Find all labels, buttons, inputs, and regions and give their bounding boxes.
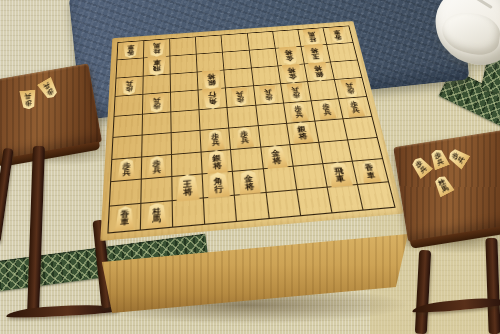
square-2b[interactable]: 玉将 bbox=[301, 45, 331, 64]
square-7a[interactable] bbox=[170, 37, 197, 56]
piece-kanji: 兵 bbox=[295, 112, 304, 119]
piece-body: 歩兵 bbox=[316, 100, 337, 120]
square-5h[interactable]: 金将 bbox=[233, 170, 266, 196]
piece-金将-3c[interactable]: 金将 bbox=[278, 64, 307, 83]
piece-body: 金将 bbox=[281, 64, 303, 84]
piece-kanji: 行 bbox=[208, 92, 216, 99]
piece-kanji: 将 bbox=[213, 161, 222, 169]
square-6c[interactable]: 銀将 bbox=[198, 70, 226, 91]
piece-kanji: 兵 bbox=[456, 155, 465, 164]
square-7i[interactable] bbox=[173, 199, 206, 227]
piece-body: 香車 bbox=[114, 206, 135, 231]
piece-body: 金将 bbox=[278, 46, 300, 65]
piece-歩兵-3e[interactable]: 歩兵 bbox=[284, 101, 314, 122]
square-8b[interactable]: 飛車 bbox=[144, 56, 171, 76]
piece-kanji: 兵 bbox=[291, 86, 299, 92]
piece-kanji: 車 bbox=[127, 45, 134, 51]
piece-body: 歩兵 bbox=[120, 77, 138, 96]
captured-piece-white-歩兵[interactable]: 歩兵 bbox=[19, 90, 38, 110]
square-6b[interactable] bbox=[197, 52, 225, 72]
piece-body: 桂馬 bbox=[302, 28, 323, 45]
piece-body: 王将 bbox=[175, 174, 200, 202]
square-6a[interactable] bbox=[196, 35, 223, 54]
komadai-right-leg bbox=[485, 238, 500, 334]
shogi-scene: 歩兵歩兵 香車桂馬桂馬香車飛車金将玉将歩兵銀将金将銀将歩兵角行歩兵歩兵歩兵歩兵歩… bbox=[0, 0, 500, 334]
square-5b[interactable] bbox=[223, 50, 251, 70]
piece-kanji: 飛 bbox=[153, 66, 161, 72]
square-8e[interactable] bbox=[143, 112, 172, 135]
piece-kanji: 銀 bbox=[315, 72, 324, 78]
square-3c[interactable]: 金将 bbox=[278, 64, 308, 84]
piece-kanji: 金 bbox=[285, 56, 294, 62]
square-9h[interactable] bbox=[110, 180, 142, 207]
piece-kanji: 将 bbox=[245, 182, 255, 190]
piece-kanji: 金 bbox=[288, 74, 297, 80]
square-8f[interactable] bbox=[142, 133, 172, 157]
square-4h[interactable] bbox=[263, 167, 297, 193]
square-6d[interactable]: 角行 bbox=[199, 89, 228, 111]
square-1a[interactable]: 香車 bbox=[323, 26, 352, 44]
square-3d[interactable]: 歩兵 bbox=[281, 82, 312, 103]
piece-kanji: 馬 bbox=[152, 215, 161, 223]
piece-kanji: 銀 bbox=[207, 80, 215, 87]
square-1h[interactable]: 香車 bbox=[353, 160, 388, 186]
piece-body: 金将 bbox=[264, 145, 288, 169]
piece-kanji: 行 bbox=[214, 185, 224, 193]
square-3i[interactable] bbox=[297, 188, 332, 215]
piece-body: 桂馬 bbox=[148, 39, 166, 57]
square-8a[interactable]: 桂馬 bbox=[144, 39, 171, 58]
square-8h[interactable] bbox=[142, 177, 173, 204]
piece-香車-9a[interactable]: 香車 bbox=[117, 41, 143, 59]
piece-kanji: 馬 bbox=[440, 184, 449, 192]
piece-body: 銀将 bbox=[201, 70, 222, 90]
square-7d[interactable] bbox=[171, 91, 200, 113]
piece-body: 飛車 bbox=[326, 161, 354, 187]
square-2f[interactable] bbox=[315, 119, 348, 142]
square-5d[interactable]: 歩兵 bbox=[226, 86, 256, 108]
piece-kanji: 将 bbox=[207, 74, 215, 80]
square-9c[interactable]: 歩兵 bbox=[116, 76, 144, 97]
piece-歩兵-6f[interactable]: 歩兵 bbox=[201, 128, 231, 151]
piece-body: 香車 bbox=[328, 27, 347, 43]
square-6h[interactable]: 角行 bbox=[203, 172, 235, 198]
captured-piece-black-桂馬[interactable]: 桂馬 bbox=[431, 173, 455, 198]
square-4f[interactable] bbox=[258, 124, 290, 148]
square-4c[interactable] bbox=[251, 66, 280, 86]
piece-kanji: 兵 bbox=[122, 169, 130, 176]
piece-歩兵-5d[interactable]: 歩兵 bbox=[226, 86, 255, 107]
piece-kanji: 車 bbox=[366, 172, 376, 179]
piece-body: 歩兵 bbox=[344, 98, 365, 118]
square-3f[interactable]: 銀将 bbox=[287, 121, 319, 144]
square-4g[interactable]: 金将 bbox=[261, 145, 294, 170]
piece-body: 桂馬 bbox=[146, 202, 168, 228]
piece-桂馬-8a[interactable]: 桂馬 bbox=[144, 39, 170, 57]
square-7g[interactable] bbox=[172, 152, 203, 177]
piece-kanji: 歩 bbox=[25, 100, 32, 107]
piece-body: 歩兵 bbox=[206, 129, 225, 150]
piece-kanji: 馬 bbox=[153, 43, 160, 48]
piece-kanji: 兵 bbox=[153, 97, 161, 103]
piece-kanji: 車 bbox=[335, 174, 345, 182]
piece-金将-5h[interactable]: 金将 bbox=[233, 170, 265, 195]
piece-歩兵-8d[interactable]: 歩兵 bbox=[143, 93, 170, 114]
piece-body: 歩兵 bbox=[117, 158, 137, 181]
piece-kanji: 将 bbox=[314, 65, 323, 71]
square-8i[interactable]: 桂馬 bbox=[141, 201, 173, 229]
square-3e[interactable]: 歩兵 bbox=[284, 101, 315, 123]
piece-body: 銀将 bbox=[290, 121, 314, 144]
piece-金将-4g[interactable]: 金将 bbox=[261, 145, 292, 169]
piece-kanji: 兵 bbox=[264, 88, 272, 94]
piece-kanji: 兵 bbox=[351, 107, 360, 113]
piece-香車-9i[interactable]: 香車 bbox=[109, 204, 141, 232]
piece-王将-7h[interactable]: 王将 bbox=[173, 175, 204, 200]
square-5c[interactable] bbox=[225, 68, 254, 89]
piece-kanji: 将 bbox=[183, 187, 192, 195]
square-4a[interactable] bbox=[247, 32, 275, 51]
square-5f[interactable]: 歩兵 bbox=[230, 126, 261, 150]
square-2e[interactable]: 歩兵 bbox=[311, 99, 343, 121]
piece-kanji: 角 bbox=[209, 99, 218, 106]
piece-kanji: 車 bbox=[153, 60, 161, 66]
piece-kanji: 車 bbox=[333, 30, 341, 35]
piece-kanji: 馬 bbox=[308, 32, 316, 37]
komadai-right[interactable]: 歩兵歩兵歩兵桂馬 bbox=[393, 130, 500, 242]
piece-歩兵-5f[interactable]: 歩兵 bbox=[230, 126, 260, 149]
piece-kanji: 将 bbox=[298, 132, 308, 139]
piece-桂馬-2a[interactable]: 桂馬 bbox=[298, 28, 326, 46]
square-7e[interactable] bbox=[172, 110, 201, 133]
piece-body: 香車 bbox=[122, 42, 139, 59]
piece-body: 玉将 bbox=[303, 44, 327, 65]
shogi-board: 香車桂馬桂馬香車飛車金将玉将歩兵銀将金将銀将歩兵角行歩兵歩兵歩兵歩兵歩兵歩兵歩兵… bbox=[100, 21, 403, 241]
piece-body: 金将 bbox=[237, 169, 261, 195]
piece-kanji: 将 bbox=[272, 156, 282, 164]
square-9d[interactable] bbox=[114, 95, 143, 117]
piece-kanji: 兵 bbox=[126, 80, 134, 86]
square-1e[interactable]: 歩兵 bbox=[339, 97, 371, 119]
square-5i[interactable] bbox=[235, 193, 269, 221]
square-7b[interactable] bbox=[171, 54, 198, 74]
square-6f[interactable]: 歩兵 bbox=[201, 128, 232, 152]
square-1c[interactable] bbox=[331, 60, 362, 80]
square-2d[interactable] bbox=[308, 80, 339, 101]
piece-body: 歩兵 bbox=[340, 79, 361, 98]
piece-body: 歩兵 bbox=[231, 87, 250, 106]
piece-body: 歩兵 bbox=[289, 102, 309, 122]
piece-kanji: 将 bbox=[285, 50, 294, 56]
square-3h[interactable] bbox=[293, 165, 327, 191]
piece-kanji: 香 bbox=[334, 35, 342, 40]
piece-body: 歩兵 bbox=[258, 85, 277, 104]
square-9a[interactable]: 香車 bbox=[117, 41, 144, 60]
piece-kanji: 香 bbox=[127, 50, 134, 56]
piece-kanji: 兵 bbox=[436, 158, 444, 166]
captured-piece-white-歩兵[interactable]: 歩兵 bbox=[36, 77, 60, 102]
square-8c[interactable] bbox=[143, 74, 171, 95]
piece-body: 香車 bbox=[359, 160, 382, 183]
piece-歩兵-1e[interactable]: 歩兵 bbox=[339, 97, 371, 118]
piece-歩兵-2e[interactable]: 歩兵 bbox=[311, 99, 342, 120]
square-4b[interactable] bbox=[249, 48, 278, 68]
piece-body: 歩兵 bbox=[235, 127, 255, 148]
piece-銀将-6g[interactable]: 銀将 bbox=[202, 150, 232, 174]
piece-kanji: 兵 bbox=[212, 140, 220, 147]
square-2g[interactable] bbox=[319, 140, 353, 165]
square-9i[interactable]: 香車 bbox=[109, 204, 142, 232]
piece-kanji: 兵 bbox=[419, 165, 428, 174]
piece-kanji: 兵 bbox=[323, 110, 332, 116]
piece-kanji: 桂 bbox=[153, 48, 160, 54]
piece-歩兵-9c[interactable]: 歩兵 bbox=[116, 76, 143, 96]
square-7f[interactable] bbox=[172, 131, 202, 155]
square-9f[interactable] bbox=[112, 135, 142, 159]
captured-piece-black-歩兵[interactable]: 歩兵 bbox=[408, 154, 433, 179]
square-1f[interactable] bbox=[343, 117, 376, 140]
piece-body: 銀将 bbox=[308, 62, 331, 82]
piece-body: 銀将 bbox=[205, 150, 228, 175]
square-3g[interactable] bbox=[290, 142, 323, 167]
square-3b[interactable]: 金将 bbox=[275, 47, 304, 66]
piece-香車-1h[interactable]: 香車 bbox=[353, 160, 388, 185]
piece-飛車-2h[interactable]: 飛車 bbox=[323, 162, 356, 187]
square-5a[interactable] bbox=[222, 34, 250, 53]
square-4i[interactable] bbox=[266, 190, 300, 218]
square-4d[interactable]: 歩兵 bbox=[254, 84, 284, 105]
square-4e[interactable] bbox=[256, 104, 287, 126]
piece-玉将-2b[interactable]: 玉将 bbox=[301, 45, 330, 64]
piece-歩兵-8g[interactable]: 歩兵 bbox=[142, 155, 172, 179]
piece-body: 角行 bbox=[202, 88, 224, 110]
square-1d[interactable]: 歩兵 bbox=[335, 78, 367, 99]
square-8g[interactable]: 歩兵 bbox=[142, 155, 173, 180]
piece-kanji: 車 bbox=[120, 218, 129, 226]
piece-kanji: 桂 bbox=[309, 37, 317, 42]
square-9b[interactable] bbox=[116, 58, 144, 78]
piece-金将-3b[interactable]: 金将 bbox=[275, 47, 303, 66]
square-7c[interactable] bbox=[171, 72, 199, 93]
piece-香車-1a[interactable]: 香車 bbox=[323, 26, 352, 44]
piece-body: 角行 bbox=[206, 171, 231, 198]
piece-body: 歩兵 bbox=[286, 83, 306, 102]
square-6e[interactable] bbox=[200, 108, 230, 131]
piece-body: 歩兵 bbox=[147, 155, 166, 178]
square-9e[interactable] bbox=[113, 115, 143, 138]
board-grid: 香車桂馬桂馬香車飛車金将玉将歩兵銀将金将銀将歩兵角行歩兵歩兵歩兵歩兵歩兵歩兵歩兵… bbox=[107, 25, 395, 233]
square-5g[interactable] bbox=[231, 147, 263, 172]
piece-角行-6d[interactable]: 角行 bbox=[199, 89, 227, 110]
piece-銀将-3f[interactable]: 銀将 bbox=[287, 121, 318, 143]
square-1g[interactable] bbox=[348, 138, 382, 162]
captured-piece-black-歩兵[interactable]: 歩兵 bbox=[446, 146, 471, 171]
piece-歩兵-9g[interactable]: 歩兵 bbox=[111, 157, 141, 181]
piece-kanji: 兵 bbox=[24, 93, 31, 100]
square-7h[interactable]: 王将 bbox=[173, 175, 205, 202]
piece-body: 歩兵 bbox=[148, 94, 166, 114]
piece-kanji: 兵 bbox=[153, 167, 161, 174]
square-8d[interactable]: 歩兵 bbox=[143, 93, 171, 115]
piece-kanji: 兵 bbox=[345, 82, 354, 88]
square-6g[interactable]: 銀将 bbox=[202, 150, 233, 175]
piece-kanji: 兵 bbox=[241, 137, 249, 144]
piece-kanji: 兵 bbox=[236, 91, 244, 97]
square-3a[interactable] bbox=[273, 30, 301, 49]
piece-銀将-6c[interactable]: 銀将 bbox=[198, 70, 225, 90]
piece-kanji: 将 bbox=[310, 48, 319, 54]
piece-飛車-8b[interactable]: 飛車 bbox=[144, 56, 170, 75]
square-9g[interactable]: 歩兵 bbox=[111, 157, 142, 183]
piece-kanji: 玉 bbox=[312, 54, 321, 60]
piece-角行-6h[interactable]: 角行 bbox=[203, 172, 234, 197]
square-1i[interactable] bbox=[358, 183, 394, 210]
square-2c[interactable]: 銀将 bbox=[305, 62, 335, 82]
piece-桂馬-8i[interactable]: 桂馬 bbox=[141, 201, 172, 229]
piece-kanji: 将 bbox=[287, 67, 296, 73]
piece-body: 飛車 bbox=[147, 56, 168, 76]
square-1b[interactable] bbox=[327, 43, 357, 62]
piece-歩兵-4d[interactable]: 歩兵 bbox=[254, 84, 283, 105]
piece-歩兵-1d[interactable]: 歩兵 bbox=[335, 78, 366, 98]
piece-銀将-2c[interactable]: 銀将 bbox=[305, 62, 334, 81]
komadai-left[interactable]: 歩兵歩兵 bbox=[0, 63, 102, 161]
square-5e[interactable] bbox=[228, 106, 258, 129]
square-6i[interactable] bbox=[204, 196, 237, 224]
piece-歩兵-3d[interactable]: 歩兵 bbox=[281, 82, 311, 102]
